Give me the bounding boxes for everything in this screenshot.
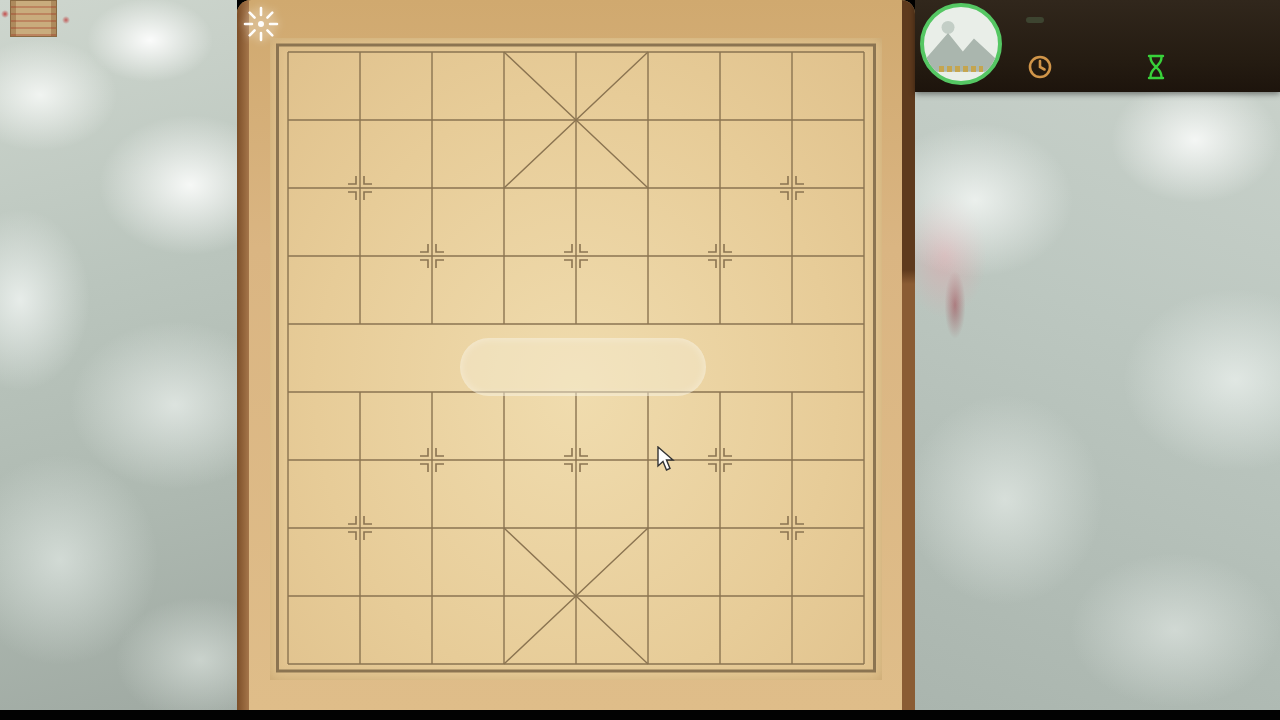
corner-thumbnail <box>10 0 57 37</box>
hourglass-icon <box>1146 54 1166 80</box>
avatar-caption-decoration <box>939 66 983 72</box>
stream-frame <box>0 0 1280 720</box>
letterbox-bar <box>0 710 1280 720</box>
left-background-photo <box>0 0 237 710</box>
board-grid <box>252 18 900 698</box>
rank-badge <box>1026 17 1044 23</box>
player-info-panel <box>915 0 1280 92</box>
xiangqi-board[interactable] <box>237 0 915 710</box>
right-background-photo <box>915 0 1280 710</box>
mouse-cursor <box>655 446 677 472</box>
clock-icon <box>1027 54 1053 80</box>
move-target-marker <box>237 0 285 48</box>
player-avatar[interactable] <box>920 3 1002 85</box>
